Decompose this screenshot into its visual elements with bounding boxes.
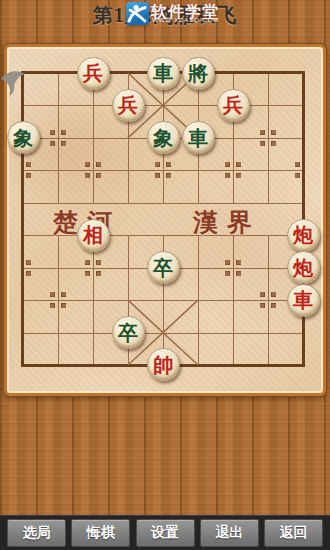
piece-glyph: 兵 <box>118 95 138 115</box>
select-game-button[interactable]: 选局 <box>7 519 66 547</box>
piece-glyph: 炮 <box>293 225 313 245</box>
piece-glyph: 象 <box>13 128 33 148</box>
piece-red-soldier[interactable]: 兵 <box>77 57 110 90</box>
piece-black-soldier[interactable]: 卒 <box>112 316 145 349</box>
piece-glyph: 相 <box>83 225 103 245</box>
piece-red-general[interactable]: 帥 <box>147 348 180 381</box>
piece-red-soldier[interactable]: 兵 <box>217 89 250 122</box>
piece-red-cannon[interactable]: 炮 <box>287 251 320 284</box>
exit-button[interactable]: 退出 <box>200 519 259 547</box>
piece-glyph: 兵 <box>83 63 103 83</box>
piece-red-elephant[interactable]: 相 <box>77 219 110 252</box>
piece-glyph: 炮 <box>293 258 313 278</box>
piece-glyph: 卒 <box>153 258 173 278</box>
settings-button[interactable]: 设置 <box>136 519 195 547</box>
piece-black-chariot[interactable]: 車 <box>182 121 215 154</box>
piece-black-soldier[interactable]: 卒 <box>147 251 180 284</box>
back-button[interactable]: 返回 <box>264 519 323 547</box>
piece-glyph: 兵 <box>223 95 243 115</box>
river-label-right: 漢界 <box>193 206 261 239</box>
software-school-logo-icon <box>126 2 149 25</box>
piece-black-chariot[interactable]: 車 <box>147 57 180 90</box>
piece-glyph: 象 <box>153 128 173 148</box>
piece-glyph: 將 <box>188 63 208 83</box>
piece-red-soldier[interactable]: 兵 <box>112 89 145 122</box>
watermark-url: WWW.XZASO.COM <box>152 17 219 23</box>
piece-glyph: 車 <box>293 290 313 310</box>
piece-glyph: 車 <box>188 128 208 148</box>
piece-black-elephant[interactable]: 象 <box>147 121 180 154</box>
bottom-toolbar: 选局 悔棋 设置 退出 返回 <box>0 515 330 550</box>
xiangqi-board[interactable]: 楚河 漢界 兵車將兵兵象象車相炮卒炮車卒帥 <box>4 44 326 396</box>
undo-move-button[interactable]: 悔棋 <box>71 519 130 547</box>
piece-black-general[interactable]: 將 <box>182 57 215 90</box>
piece-glyph: 卒 <box>118 323 138 343</box>
piece-red-chariot[interactable]: 車 <box>287 284 320 317</box>
piece-red-cannon[interactable]: 炮 <box>287 219 320 252</box>
watermark: 软件学堂 WWW.XZASO.COM <box>126 2 236 28</box>
bird-icon <box>1 69 31 97</box>
piece-black-elephant[interactable]: 象 <box>7 121 40 154</box>
piece-glyph: 帥 <box>153 355 173 375</box>
piece-glyph: 車 <box>153 63 173 83</box>
